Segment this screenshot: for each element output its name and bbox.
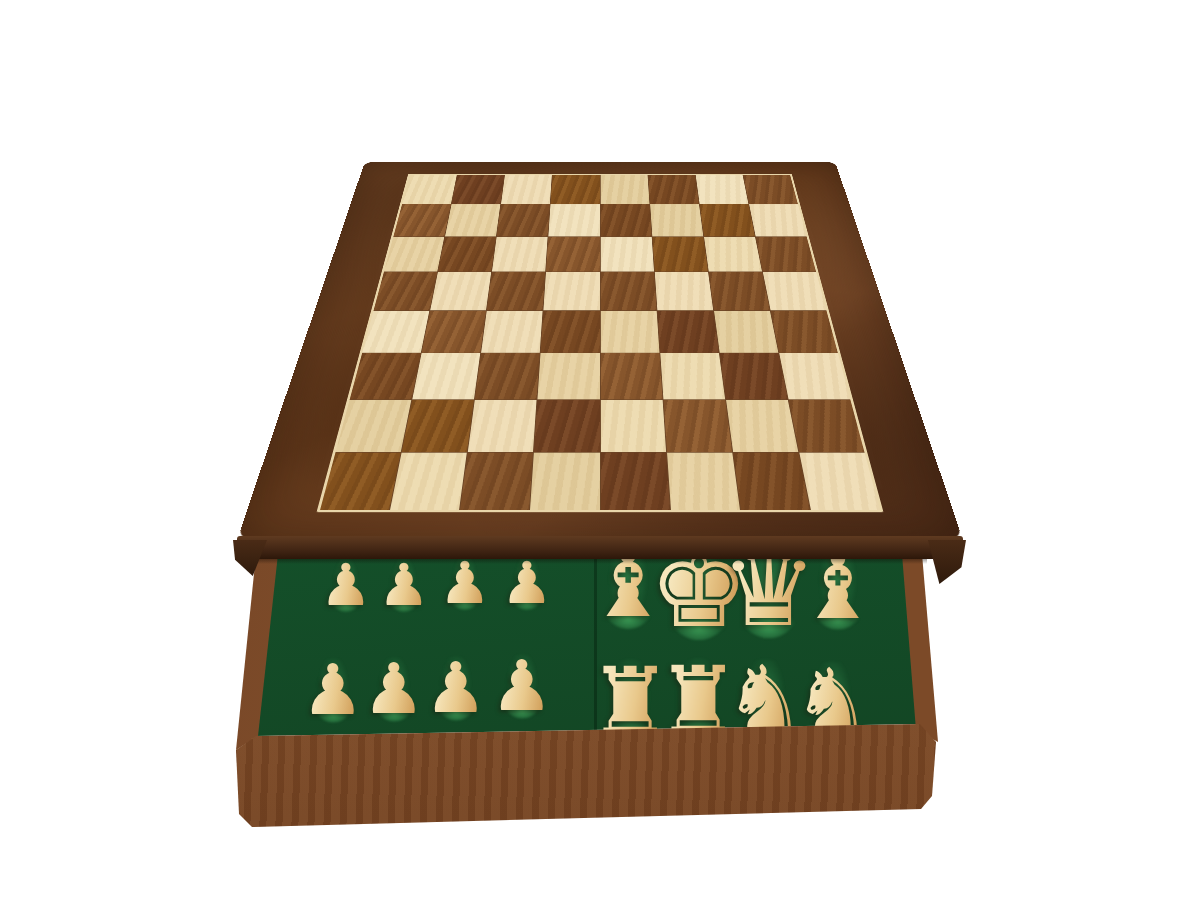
- board-square: [541, 311, 600, 353]
- chess-box-photo: ♟♟♟♟♟♟♟♟♝♚♛♝♜♜♞♞: [0, 0, 1200, 906]
- box-right-corner: [928, 540, 966, 584]
- board-square: [501, 175, 552, 204]
- chess-box: [237, 158, 963, 540]
- board-square: [743, 175, 798, 204]
- felt-seam: [594, 554, 597, 730]
- board-square: [350, 353, 421, 399]
- board-square: [430, 272, 491, 310]
- board-square: [660, 353, 725, 399]
- board-square: [799, 452, 880, 510]
- board-square: [374, 272, 438, 310]
- board-square: [538, 353, 600, 399]
- board-square: [412, 353, 480, 399]
- board-square: [709, 272, 770, 310]
- board-square: [460, 452, 533, 510]
- board-square: [600, 353, 662, 399]
- chess-board: [320, 175, 880, 510]
- board-square: [544, 272, 600, 310]
- board-square: [763, 272, 827, 310]
- board-square: [402, 400, 474, 452]
- board-square: [384, 237, 444, 272]
- board-square: [726, 400, 798, 452]
- box-front-edge: [237, 536, 963, 559]
- board-square: [700, 204, 755, 236]
- board-square: [704, 237, 762, 272]
- board-square: [487, 272, 545, 310]
- board-square: [600, 452, 669, 510]
- board-square: [654, 272, 712, 310]
- board-square: [497, 204, 550, 236]
- board-frame: [237, 162, 963, 540]
- board-square: [422, 311, 486, 353]
- board-square: [402, 175, 457, 204]
- board-square: [362, 311, 429, 353]
- board-square: [733, 452, 810, 510]
- board-square: [789, 400, 865, 452]
- board-square: [438, 237, 496, 272]
- board-border-line: [317, 174, 884, 512]
- board-square: [320, 452, 401, 510]
- board-square: [600, 237, 653, 272]
- board-square: [696, 175, 749, 204]
- board-square: [600, 175, 649, 204]
- board-square: [492, 237, 548, 272]
- board-square: [481, 311, 543, 353]
- board-square: [475, 353, 540, 399]
- board-square: [650, 204, 703, 236]
- board-square: [534, 400, 599, 452]
- board-square: [468, 400, 537, 452]
- board-square: [652, 237, 708, 272]
- board-square: [600, 272, 656, 310]
- board-square: [390, 452, 467, 510]
- board-square: [749, 204, 806, 236]
- board-square: [714, 311, 778, 353]
- board-square: [452, 175, 505, 204]
- board-square: [756, 237, 816, 272]
- board-square: [549, 204, 600, 236]
- board-square: [648, 175, 699, 204]
- board-square: [600, 311, 659, 353]
- board-square: [667, 452, 740, 510]
- board-square: [771, 311, 838, 353]
- board-square: [720, 353, 788, 399]
- board-square: [657, 311, 719, 353]
- board-square: [600, 400, 665, 452]
- board-square: [551, 175, 600, 204]
- board-square: [393, 204, 450, 236]
- board-square: [663, 400, 732, 452]
- board-square: [600, 204, 651, 236]
- board-square: [530, 452, 599, 510]
- board-square: [779, 353, 850, 399]
- board-square: [336, 400, 412, 452]
- board-square: [445, 204, 500, 236]
- board-square: [546, 237, 599, 272]
